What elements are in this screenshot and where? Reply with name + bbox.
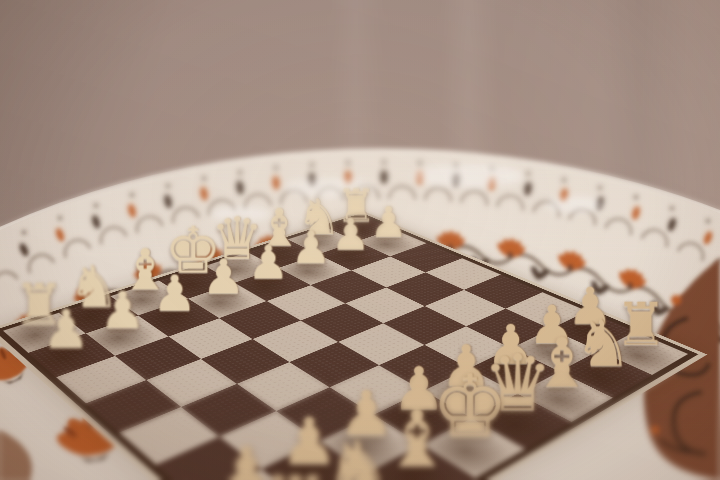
- square-c2[interactable]: ♟: [278, 254, 352, 285]
- piece-white-bishop[interactable]: ♝: [120, 242, 171, 299]
- square-a2[interactable]: ♟: [357, 229, 427, 256]
- board-stage: ♜♟♟♜♞♟♟♞♝♟♟♝♛♟♟♛♚♟♟♚♝♟♟♝♞♟♟♞♜♟♟♜: [0, 0, 720, 480]
- piece-shadow: [226, 266, 314, 305]
- square-c3[interactable]: [310, 270, 387, 303]
- piece-shadow: [310, 239, 394, 274]
- chess-board[interactable]: ♜♟♟♜♞♟♟♞♝♟♟♝♛♟♟♛♚♟♟♚♝♟♟♝♞♟♟♞♜♟♟♜: [0, 213, 698, 480]
- scene: ♜♟♟♜♞♟♟♞♝♟♟♝♛♟♟♛♚♟♟♚♝♟♟♝♞♟♟♞♜♟♟♜: [0, 0, 720, 480]
- square-b4[interactable]: [387, 272, 464, 306]
- piece-shadow: [349, 227, 431, 260]
- square-a4[interactable]: [426, 258, 501, 289]
- piece-shadow: [280, 225, 360, 257]
- square-b2[interactable]: ♟: [318, 241, 390, 270]
- piece-white-rook[interactable]: ♜: [336, 183, 377, 229]
- piece-shadow: [270, 252, 356, 289]
- piece-black-knight[interactable]: ♞: [323, 430, 395, 480]
- square-d4[interactable]: [301, 304, 383, 342]
- square-c1[interactable]: ♝: [248, 239, 319, 268]
- piece-shadow: [130, 296, 222, 341]
- square-b1[interactable]: ♞: [288, 227, 357, 254]
- piece-white-pawn[interactable]: ♟: [370, 201, 408, 243]
- square-a3[interactable]: [390, 243, 462, 272]
- piece-shadow: [318, 214, 396, 245]
- piece-white-knight[interactable]: ♞: [297, 192, 341, 241]
- piece-white-pawn[interactable]: ♟: [248, 239, 290, 285]
- square-d1[interactable]: ♛: [205, 252, 278, 283]
- piece-black-rook[interactable]: ♜: [259, 465, 331, 480]
- square-f2[interactable]: ♟: [139, 299, 220, 337]
- piece-shadow: [103, 278, 191, 320]
- square-c4[interactable]: [345, 287, 425, 323]
- square-g2[interactable]: ♟: [85, 315, 168, 355]
- square-d3[interactable]: [266, 285, 345, 321]
- piece-white-bishop[interactable]: ♝: [256, 203, 302, 255]
- piece-white-pawn[interactable]: ♟: [100, 285, 146, 336]
- piece-shadow: [197, 250, 281, 287]
- square-e3[interactable]: [219, 301, 300, 339]
- square-e2[interactable]: ♟: [188, 283, 266, 318]
- piece-white-pawn[interactable]: ♟: [43, 303, 91, 356]
- piece-white-queen[interactable]: ♛: [211, 210, 263, 268]
- piece-white-pawn[interactable]: ♟: [152, 268, 197, 318]
- piece-shadow: [240, 238, 322, 272]
- square-e1[interactable]: ♚: [159, 266, 234, 299]
- piece-white-pawn[interactable]: ♟: [332, 213, 371, 257]
- square-d2[interactable]: ♟: [234, 268, 310, 301]
- square-e4[interactable]: [253, 321, 338, 362]
- piece-white-pawn[interactable]: ♟: [291, 225, 331, 270]
- square-b3[interactable]: [351, 256, 425, 287]
- piece-white-king[interactable]: ♚: [164, 219, 221, 283]
- piece-shadow: [151, 264, 237, 303]
- piece-white-pawn[interactable]: ♟: [202, 253, 245, 301]
- square-a1[interactable]: ♜: [326, 216, 393, 242]
- square-f1[interactable]: ♝: [111, 281, 188, 316]
- piece-shadow: [180, 281, 270, 323]
